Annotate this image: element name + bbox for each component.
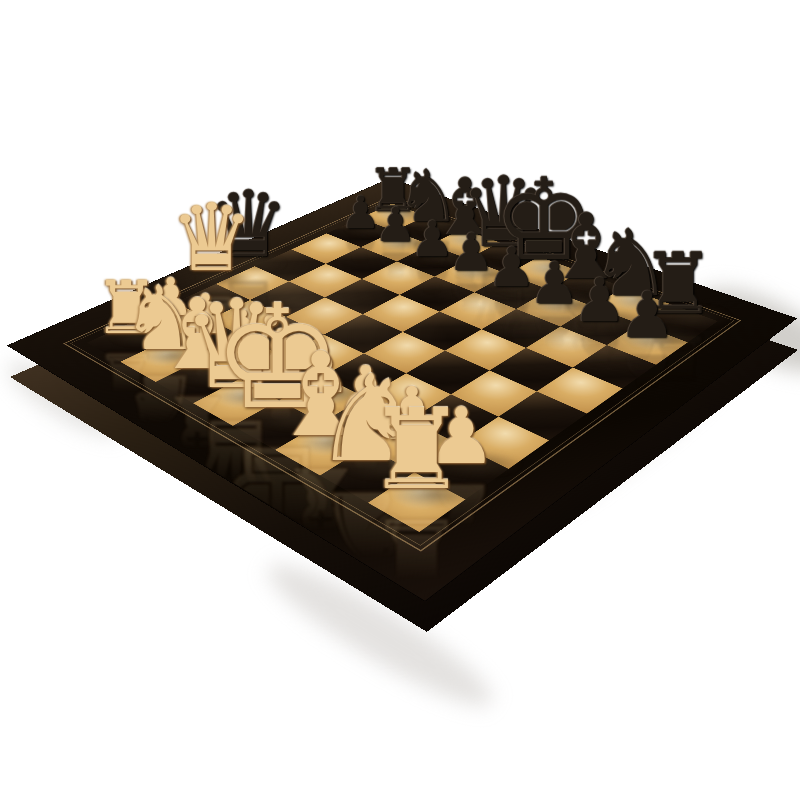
chess-product-photo: ♜♞♝♛♚♝♞♜♟♟♟♟♟♟♟♟♟♟♟♟♟♟♟♟♜♞♝♛♚♝♞♜♛♛ ♜♞♝♛♚… — [0, 0, 800, 800]
chess-board — [7, 178, 797, 602]
